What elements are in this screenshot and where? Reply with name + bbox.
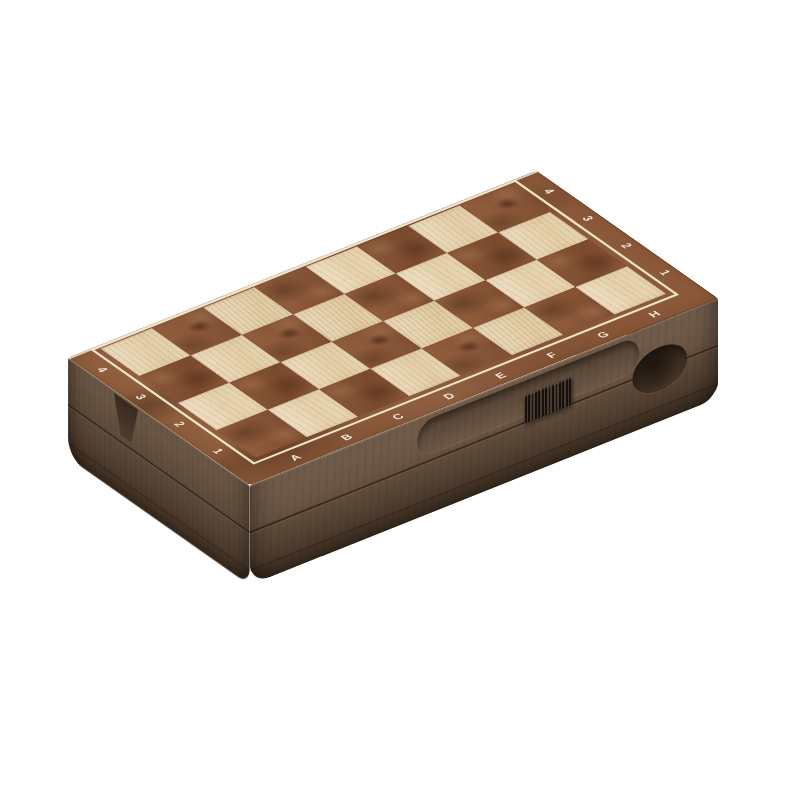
rank-label-4: 4 bbox=[541, 187, 557, 195]
file-label-d: D bbox=[441, 391, 458, 400]
file-label-a: A bbox=[287, 453, 304, 462]
file-label-g: G bbox=[595, 330, 612, 340]
file-label-e: E bbox=[493, 371, 509, 380]
file-label-h: H bbox=[646, 309, 663, 318]
rank-label-4: 4 bbox=[94, 366, 110, 374]
rank-label-2: 2 bbox=[618, 242, 634, 250]
file-label-c: C bbox=[390, 412, 407, 421]
rank-label-2: 2 bbox=[171, 420, 187, 428]
finger-recess bbox=[632, 336, 687, 401]
rank-label-3: 3 bbox=[132, 393, 148, 401]
rank-label-1: 1 bbox=[210, 447, 226, 455]
rank-label-1: 1 bbox=[657, 269, 673, 277]
rank-label-3: 3 bbox=[579, 214, 595, 222]
file-label-b: B bbox=[338, 432, 355, 441]
file-label-f: F bbox=[544, 351, 560, 360]
product-photo-stage: 4321 4321 ABCDEFGH bbox=[0, 0, 800, 800]
